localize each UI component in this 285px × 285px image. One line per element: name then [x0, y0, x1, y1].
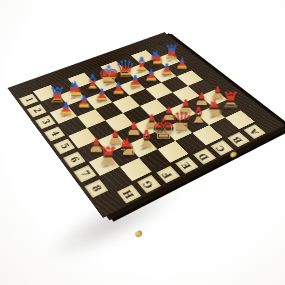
- rank-label-7: 7: [68, 161, 99, 185]
- square-b8[interactable]: [209, 117, 239, 137]
- square-e8[interactable]: [157, 140, 188, 162]
- piece-red-pawn[interactable]: ♟: [194, 90, 209, 107]
- chess-board: 12♜♞♝♚♛♝♞♜3♟♟♟♟♟♟♟♟456♟♟♟♟♟♟♟♟7♜♞♝♚♛♝♞♜8…: [7, 32, 284, 218]
- product-photo-scene: 12♜♞♝♚♛♝♞♜3♟♟♟♟♟♟♟♟456♟♟♟♟♟♟♟♟7♜♞♝♚♛♝♞♜8…: [0, 0, 285, 285]
